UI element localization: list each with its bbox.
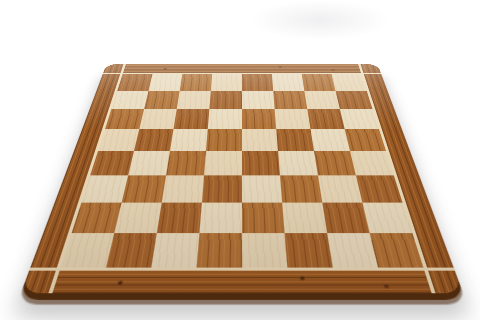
board-square[interactable] — [318, 175, 363, 202]
board-square[interactable] — [180, 74, 213, 91]
board-border-bottom — [21, 271, 463, 294]
board-square[interactable] — [242, 129, 278, 151]
board-square[interactable] — [151, 233, 199, 267]
board-square[interactable] — [144, 91, 180, 109]
board-square[interactable] — [242, 91, 275, 109]
board-field — [61, 74, 424, 267]
board-square[interactable] — [202, 175, 242, 202]
board-square[interactable] — [307, 109, 344, 129]
board-square[interactable] — [106, 233, 157, 267]
board-square[interactable] — [208, 109, 242, 129]
board-square[interactable] — [128, 151, 170, 175]
board-square[interactable] — [162, 175, 204, 202]
board-square[interactable] — [98, 129, 139, 151]
board-square[interactable] — [280, 175, 322, 202]
board-square[interactable] — [204, 151, 242, 175]
board-square[interactable] — [242, 151, 280, 175]
board-square[interactable] — [285, 233, 333, 267]
board-square[interactable] — [242, 175, 282, 202]
board-square[interactable] — [114, 203, 161, 234]
board-square[interactable] — [90, 151, 134, 175]
board-square[interactable] — [345, 129, 386, 151]
board-square[interactable] — [105, 109, 144, 129]
board-square[interactable] — [273, 91, 307, 109]
photo-background — [0, 0, 480, 320]
board-square[interactable] — [340, 109, 379, 129]
board-square[interactable] — [206, 129, 242, 151]
board-square[interactable] — [209, 91, 242, 109]
board-square[interactable] — [276, 129, 314, 151]
board-square[interactable] — [242, 233, 287, 267]
board-square[interactable] — [314, 151, 356, 175]
board-square[interactable] — [72, 203, 122, 234]
board-square[interactable] — [278, 151, 318, 175]
board-square[interactable] — [242, 203, 285, 234]
board-square[interactable] — [332, 74, 367, 91]
board-square[interactable] — [139, 109, 176, 129]
board-top-surface — [21, 64, 463, 293]
board-square[interactable] — [177, 91, 211, 109]
board-square[interactable] — [174, 109, 210, 129]
board-square[interactable] — [310, 129, 350, 151]
board-square[interactable] — [81, 175, 128, 202]
board-square[interactable] — [157, 203, 202, 234]
backdrop-haze — [250, 0, 390, 40]
board-square[interactable] — [275, 109, 311, 129]
board-square[interactable] — [166, 151, 206, 175]
board-square[interactable] — [170, 129, 208, 151]
board-square[interactable] — [336, 91, 373, 109]
inlay-line-bottom — [29, 268, 455, 271]
board-square[interactable] — [242, 109, 276, 129]
board-square[interactable] — [350, 151, 394, 175]
board-square[interactable] — [197, 233, 242, 267]
board-square[interactable] — [282, 203, 327, 234]
board-square[interactable] — [272, 74, 305, 91]
board-square[interactable] — [304, 91, 340, 109]
board-square[interactable] — [117, 74, 152, 91]
chessboard — [21, 64, 463, 293]
board-square[interactable] — [242, 74, 273, 91]
board-square[interactable] — [134, 129, 174, 151]
board-border-top — [103, 64, 381, 73]
board-square[interactable] — [199, 203, 242, 234]
board-square[interactable] — [111, 91, 148, 109]
board-square[interactable] — [302, 74, 336, 91]
board-square[interactable] — [122, 175, 167, 202]
board-square[interactable] — [148, 74, 182, 91]
board-square[interactable] — [211, 74, 242, 91]
